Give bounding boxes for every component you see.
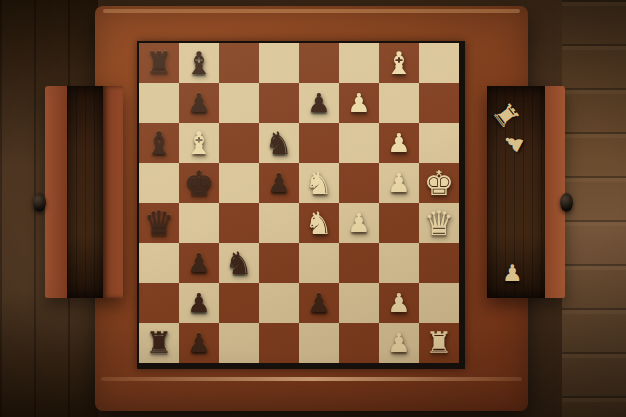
square-r4c7[interactable]: ♟ (379, 163, 419, 203)
square-r8c1[interactable]: ♜ (139, 323, 179, 363)
black-pawn[interactable]: ♟ (187, 250, 210, 276)
case-bevel-highlight (101, 377, 522, 381)
square-r2c7[interactable] (379, 83, 419, 123)
white-rook[interactable]: ♜ (426, 328, 453, 358)
black-rook[interactable]: ♜ (146, 328, 173, 358)
square-r7c4[interactable] (259, 283, 299, 323)
square-r2c5[interactable]: ♟ (299, 83, 339, 123)
square-r8c7[interactable]: ♟ (379, 323, 419, 363)
white-knight[interactable]: ♞ (305, 208, 333, 239)
square-r7c8[interactable] (419, 283, 459, 323)
square-r5c7[interactable] (379, 203, 419, 243)
white-king[interactable]: ♚ (424, 166, 454, 200)
square-r1c4[interactable] (259, 43, 299, 83)
square-r1c1[interactable]: ♜ (139, 43, 179, 83)
right-drawer-knob[interactable] (560, 193, 573, 212)
square-r5c8[interactable]: ♛ (419, 203, 459, 243)
square-r3c1[interactable]: ♝ (139, 123, 179, 163)
black-knight[interactable]: ♞ (265, 128, 293, 159)
square-r3c8[interactable] (419, 123, 459, 163)
square-r3c7[interactable]: ♟ (379, 123, 419, 163)
white-bishop[interactable]: ♝ (385, 48, 413, 79)
left-drawer-knob[interactable] (33, 193, 46, 212)
white-pawn[interactable]: ♟ (387, 170, 410, 196)
square-r8c4[interactable] (259, 323, 299, 363)
square-r7c5[interactable]: ♟ (299, 283, 339, 323)
square-r7c2[interactable]: ♟ (179, 283, 219, 323)
square-r2c2[interactable]: ♟ (179, 83, 219, 123)
square-r8c8[interactable]: ♜ (419, 323, 459, 363)
white-pawn[interactable]: ♟ (347, 90, 370, 116)
square-r5c5[interactable]: ♞ (299, 203, 339, 243)
white-pawn[interactable]: ♟ (387, 330, 410, 356)
square-r2c8[interactable] (419, 83, 459, 123)
square-r1c6[interactable] (339, 43, 379, 83)
square-r1c7[interactable]: ♝ (379, 43, 419, 83)
square-r4c3[interactable] (219, 163, 259, 203)
square-r6c7[interactable] (379, 243, 419, 283)
right-drawer-cavity: ♜♟♟ (487, 86, 545, 298)
black-pawn[interactable]: ♟ (307, 90, 330, 116)
black-bishop[interactable]: ♝ (145, 128, 173, 159)
white-pawn[interactable]: ♟ (387, 290, 410, 316)
left-drawer-inner-edge (103, 86, 123, 298)
square-r6c5[interactable] (299, 243, 339, 283)
square-r4c4[interactable]: ♟ (259, 163, 299, 203)
black-pawn[interactable]: ♟ (187, 290, 210, 316)
square-r7c1[interactable] (139, 283, 179, 323)
square-r3c3[interactable] (219, 123, 259, 163)
square-r3c5[interactable] (299, 123, 339, 163)
white-bishop[interactable]: ♝ (185, 128, 213, 159)
square-r7c6[interactable] (339, 283, 379, 323)
left-drawer[interactable] (45, 86, 123, 298)
black-queen[interactable]: ♛ (144, 206, 174, 240)
square-r3c6[interactable] (339, 123, 379, 163)
square-r1c8[interactable] (419, 43, 459, 83)
square-r5c2[interactable] (179, 203, 219, 243)
black-king[interactable]: ♚ (184, 166, 214, 200)
square-r7c3[interactable] (219, 283, 259, 323)
square-r1c5[interactable] (299, 43, 339, 83)
square-r1c2[interactable]: ♝ (179, 43, 219, 83)
square-r8c6[interactable] (339, 323, 379, 363)
square-r4c8[interactable]: ♚ (419, 163, 459, 203)
square-r8c2[interactable]: ♟ (179, 323, 219, 363)
square-r5c4[interactable] (259, 203, 299, 243)
square-r8c3[interactable] (219, 323, 259, 363)
square-r8c5[interactable] (299, 323, 339, 363)
board-border: ♜♝♝♟♟♟♝♝♞♟♚♟♞♟♚♛♞♟♛♟♞♟♟♟♜♟♟♜ (137, 41, 465, 369)
white-pawn-standing[interactable]: ♟ (502, 262, 523, 285)
square-r4c6[interactable] (339, 163, 379, 203)
square-r3c2[interactable]: ♝ (179, 123, 219, 163)
black-pawn[interactable]: ♟ (187, 330, 210, 356)
right-drawer[interactable]: ♜♟♟ (487, 86, 565, 298)
white-pawn-lying[interactable]: ♟ (500, 129, 529, 157)
white-queen[interactable]: ♛ (424, 206, 454, 240)
square-r5c3[interactable] (219, 203, 259, 243)
chess-board[interactable]: ♜♝♝♟♟♟♝♝♞♟♚♟♞♟♚♛♞♟♛♟♞♟♟♟♜♟♟♜ (139, 43, 459, 363)
square-r7c7[interactable]: ♟ (379, 283, 419, 323)
left-drawer-front-wall (45, 86, 67, 298)
black-bishop[interactable]: ♝ (185, 48, 213, 79)
white-pawn[interactable]: ♟ (387, 130, 410, 156)
square-r5c6[interactable]: ♟ (339, 203, 379, 243)
black-rook[interactable]: ♜ (146, 48, 173, 78)
right-drawer-front-wall (545, 86, 565, 298)
left-drawer-cavity (67, 86, 103, 298)
white-pawn[interactable]: ♟ (347, 210, 370, 236)
square-r2c4[interactable] (259, 83, 299, 123)
white-knight[interactable]: ♞ (305, 168, 333, 199)
table-planks-right (562, 0, 626, 417)
chess-box-case: ♜♝♝♟♟♟♝♝♞♟♚♟♞♟♚♛♞♟♛♟♞♟♟♟♜♟♟♜ (95, 6, 528, 411)
square-r2c3[interactable] (219, 83, 259, 123)
square-r1c3[interactable] (219, 43, 259, 83)
black-pawn[interactable]: ♟ (267, 170, 290, 196)
square-r4c1[interactable] (139, 163, 179, 203)
square-r6c6[interactable] (339, 243, 379, 283)
square-r5c1[interactable]: ♛ (139, 203, 179, 243)
square-r6c3[interactable]: ♞ (219, 243, 259, 283)
square-r6c4[interactable] (259, 243, 299, 283)
black-knight[interactable]: ♞ (225, 248, 253, 279)
chess-scene: ♜♝♝♟♟♟♝♝♞♟♚♟♞♟♚♛♞♟♛♟♞♟♟♟♜♟♟♜ ♜♟♟ (0, 0, 626, 417)
square-r6c2[interactable]: ♟ (179, 243, 219, 283)
square-r4c5[interactable]: ♞ (299, 163, 339, 203)
square-r6c8[interactable] (419, 243, 459, 283)
black-pawn[interactable]: ♟ (187, 90, 210, 116)
black-pawn[interactable]: ♟ (307, 290, 330, 316)
square-r6c1[interactable] (139, 243, 179, 283)
square-r4c2[interactable]: ♚ (179, 163, 219, 203)
square-r2c6[interactable]: ♟ (339, 83, 379, 123)
square-r3c4[interactable]: ♞ (259, 123, 299, 163)
square-r2c1[interactable] (139, 83, 179, 123)
